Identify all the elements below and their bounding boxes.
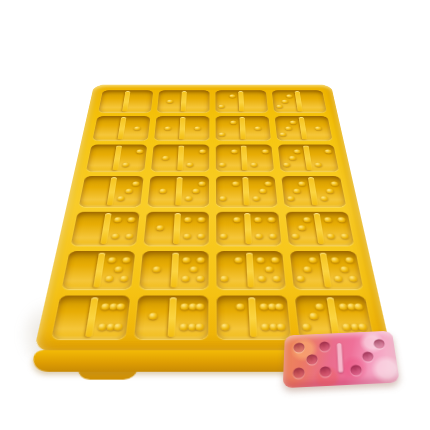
pip-bump — [271, 258, 279, 264]
pip-bump — [220, 196, 227, 201]
pip-bump — [253, 196, 260, 201]
pip-bump — [119, 276, 128, 282]
pip-bump — [219, 162, 226, 166]
domino-cavity-3-0 — [272, 90, 327, 112]
cavity-left-half — [290, 251, 325, 289]
pip-hole — [294, 343, 305, 353]
pip-bump — [357, 324, 367, 331]
pip-bump — [219, 132, 225, 136]
cavity-right-half — [245, 116, 271, 140]
pip-bump — [127, 217, 135, 222]
cavity-right-half — [127, 90, 153, 112]
pip-bump — [327, 233, 335, 238]
domino-cavity-0-2 — [86, 145, 147, 172]
pip-hole — [373, 339, 385, 349]
cavity-right-half — [304, 116, 333, 140]
pip-bump — [196, 303, 204, 310]
pip-bump — [259, 189, 266, 194]
pip-bump — [290, 121, 297, 125]
pip-hole — [350, 365, 362, 376]
cavity-left-half — [157, 90, 182, 112]
cavity-left-half — [71, 211, 106, 245]
cavity-right-half — [184, 116, 209, 140]
cavity-left-half — [147, 176, 176, 206]
pip-bump — [189, 267, 197, 273]
pip-bump — [277, 105, 283, 109]
cavity-left-half — [151, 145, 179, 172]
cavity-left-half — [216, 116, 241, 140]
cavity-right-half — [175, 295, 209, 338]
cavity-right-half — [246, 145, 274, 172]
cast-domino-left-half — [283, 333, 342, 388]
pip-bump — [303, 217, 311, 222]
cavity-left-half — [278, 145, 307, 172]
domino-cavity-1-6 — [134, 295, 208, 338]
domino-cavity-0-6 — [51, 295, 130, 338]
pip-bump — [159, 189, 166, 194]
domino-cavity-0-0 — [98, 90, 153, 112]
pip-bump — [197, 233, 205, 238]
pip-bump — [309, 313, 318, 320]
pip-bump — [280, 132, 287, 136]
pip-bump — [232, 182, 239, 187]
mold-grid — [51, 90, 373, 339]
cavity-right-half — [92, 295, 130, 338]
cavity-left-half — [217, 295, 251, 338]
cavity-right-half — [100, 251, 135, 289]
pip-bump — [114, 217, 122, 222]
cavity-right-half — [123, 116, 151, 140]
pip-bump — [275, 303, 284, 310]
pip-bump — [184, 217, 192, 222]
pip-bump — [251, 162, 258, 166]
pip-bump — [231, 149, 238, 153]
pip-bump — [315, 303, 324, 310]
cavity-left-half — [154, 116, 180, 140]
pip-bump — [281, 100, 287, 103]
pip-bump — [298, 182, 306, 187]
pip-bump — [162, 156, 169, 160]
pip-bump — [219, 105, 225, 109]
cavity-left-half — [272, 90, 298, 112]
pip-bump — [197, 258, 205, 264]
pip-bump — [196, 276, 204, 282]
pip-bump — [221, 276, 229, 282]
domino-cavity-0-4 — [71, 211, 140, 245]
cavity-left-half — [216, 176, 244, 206]
pip-bump — [324, 217, 332, 222]
domino-mold — [34, 85, 391, 352]
domino-cavity-3-2 — [278, 145, 339, 172]
pip-bump — [236, 303, 245, 310]
cavity-left-half — [216, 145, 242, 172]
pip-bump — [166, 100, 172, 103]
domino-cavity-2-2 — [216, 145, 274, 172]
pip-bump — [105, 276, 114, 282]
pip-hole — [362, 352, 374, 362]
pip-bump — [185, 196, 192, 201]
pip-bump — [233, 217, 241, 222]
cavity-right-half — [181, 176, 209, 206]
pip-bump — [292, 233, 300, 238]
pip-bump — [331, 258, 340, 264]
cavity-right-half — [299, 90, 326, 112]
cast-resin-domino — [283, 331, 400, 388]
pip-bump — [264, 182, 271, 187]
pip-bump — [254, 217, 262, 222]
pip-bump — [182, 276, 190, 282]
pip-bump — [315, 162, 322, 166]
pip-bump — [265, 267, 273, 273]
cavity-right-half — [113, 176, 144, 206]
pip-hole — [306, 354, 317, 364]
pip-bump — [192, 189, 199, 194]
pip-bump — [321, 196, 329, 201]
cavity-left-half — [285, 211, 318, 245]
pip-bump — [314, 126, 321, 130]
cavity-left-half — [98, 90, 125, 112]
cavity-right-half — [179, 211, 209, 245]
pip-bump — [164, 126, 171, 130]
cavity-right-half — [308, 145, 339, 172]
pip-bump — [345, 258, 354, 264]
pip-bump — [297, 225, 305, 230]
pip-hole — [293, 367, 304, 378]
pip-bump — [257, 258, 265, 264]
domino-cavity-1-3 — [147, 176, 209, 206]
cavity-left-half — [86, 145, 117, 172]
cast-domino-right-half — [339, 331, 400, 386]
domino-cavity-3-5 — [290, 251, 364, 289]
cavity-left-half — [144, 211, 175, 245]
pip-bump — [229, 94, 235, 97]
pip-bump — [340, 233, 349, 238]
domino-cavity-2-3 — [216, 176, 278, 206]
domino-cavity-0-5 — [62, 251, 136, 289]
pip-bump — [287, 196, 295, 201]
cavity-left-half — [62, 251, 99, 289]
pip-bump — [195, 324, 204, 331]
pip-bump — [152, 267, 160, 273]
pip-bump — [254, 126, 261, 130]
pip-bump — [125, 233, 133, 238]
pip-bump — [194, 126, 200, 130]
pip-bump — [276, 324, 285, 331]
pip-hole — [320, 366, 332, 377]
pip-bump — [133, 126, 140, 130]
domino-cavity-1-2 — [151, 145, 209, 172]
pip-bump — [117, 196, 125, 201]
pip-bump — [220, 233, 228, 238]
cavity-right-half — [255, 295, 291, 338]
pip-bump — [262, 149, 269, 153]
pip-bump — [221, 324, 230, 331]
pip-bump — [234, 258, 242, 264]
domino-cavity-3-4 — [285, 211, 354, 245]
domino-cavity-3-1 — [275, 116, 333, 140]
pip-bump — [353, 303, 363, 310]
product-photo-scene — [0, 0, 430, 430]
cavity-left-half — [134, 295, 170, 338]
pip-bump — [125, 189, 133, 194]
pip-bump — [122, 162, 129, 166]
cavity-right-half — [250, 211, 281, 245]
cavity-left-half — [216, 211, 246, 245]
cavity-right-half — [107, 211, 140, 245]
cavity-right-half — [252, 251, 285, 289]
cavity-right-half — [183, 145, 209, 172]
pip-bump — [330, 182, 338, 187]
pip-bump — [286, 94, 292, 97]
cavity-right-half — [243, 90, 268, 112]
pip-bump — [156, 225, 164, 230]
cavity-left-half — [139, 251, 172, 289]
pip-bump — [108, 258, 117, 264]
cavity-left-half — [216, 251, 247, 289]
cavity-left-half — [215, 90, 239, 112]
pip-bump — [198, 182, 205, 187]
cavity-left-half — [79, 176, 112, 206]
domino-cavity-1-4 — [144, 211, 209, 245]
domino-cavity-1-5 — [139, 251, 209, 289]
pip-bump — [184, 233, 192, 238]
domino-cavity-2-1 — [216, 116, 271, 140]
pip-bump — [255, 233, 263, 238]
pip-bump — [132, 182, 139, 187]
cavity-left-half — [51, 295, 91, 338]
cavity-left-half — [275, 116, 303, 140]
pip-bump — [297, 276, 306, 282]
pip-bump — [116, 303, 125, 310]
pip-bump — [326, 189, 334, 194]
pip-bump — [258, 276, 266, 282]
pip-bump — [199, 149, 206, 153]
pip-bump — [197, 217, 204, 222]
cavity-right-half — [118, 145, 147, 172]
pip-bump — [293, 149, 300, 153]
pip-bump — [337, 217, 345, 222]
domino-cavity-2-6 — [217, 295, 291, 338]
domino-mold-wrap — [70, 0, 355, 382]
pip-hole — [319, 342, 330, 352]
pip-bump — [183, 258, 191, 264]
pip-bump — [272, 276, 281, 282]
pip-bump — [187, 162, 194, 166]
domino-cavity-0-3 — [79, 176, 144, 206]
cavity-left-half — [295, 295, 333, 338]
cavity-left-half — [281, 176, 312, 206]
domino-cavity-2-5 — [216, 251, 286, 289]
domino-cavity-0-1 — [92, 116, 150, 140]
domino-cavity-3-3 — [281, 176, 346, 206]
cavity-right-half — [248, 176, 277, 206]
pip-bump — [308, 258, 317, 264]
cavity-right-half — [314, 176, 347, 206]
cavity-left-half — [92, 116, 121, 140]
domino-cavity-1-1 — [154, 116, 209, 140]
domino-cavity-1-0 — [157, 90, 210, 112]
pip-bump — [267, 217, 275, 222]
pip-bump — [136, 149, 143, 153]
pip-bump — [269, 233, 277, 238]
pip-bump — [293, 189, 301, 194]
pip-bump — [285, 126, 292, 130]
cavity-right-half — [326, 251, 363, 289]
cavity-right-half — [186, 90, 210, 112]
cavity-right-half — [319, 211, 354, 245]
pip-bump — [113, 324, 122, 331]
cavity-right-half — [177, 251, 208, 289]
pip-bump — [324, 149, 331, 153]
pip-bump — [289, 156, 296, 160]
pip-bump — [348, 276, 357, 282]
domino-cavity-2-0 — [215, 90, 268, 112]
pip-bump — [148, 313, 157, 320]
pip-bump — [230, 121, 236, 125]
pip-bump — [303, 267, 312, 273]
pip-bump — [283, 162, 290, 166]
pip-bump — [340, 267, 349, 273]
pip-bump — [302, 324, 311, 331]
pip-bump — [334, 276, 343, 282]
domino-cavity-2-4 — [216, 211, 281, 245]
pip-bump — [122, 258, 130, 264]
pip-bump — [114, 267, 123, 273]
pip-bump — [112, 233, 120, 238]
